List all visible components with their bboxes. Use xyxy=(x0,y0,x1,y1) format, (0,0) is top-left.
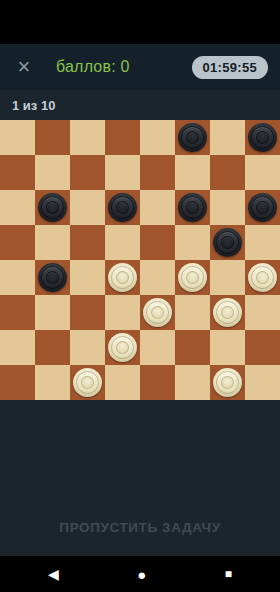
square-h3[interactable] xyxy=(245,295,280,330)
square-c8[interactable] xyxy=(70,120,105,155)
square-d7[interactable] xyxy=(105,155,140,190)
square-b3[interactable] xyxy=(35,295,70,330)
square-g4[interactable] xyxy=(210,260,245,295)
timer-badge: 01:59:55 xyxy=(192,56,268,79)
square-c2[interactable] xyxy=(70,330,105,365)
black-man-h6[interactable] xyxy=(248,193,277,222)
square-c6[interactable] xyxy=(70,190,105,225)
square-e2[interactable] xyxy=(140,330,175,365)
square-e1[interactable] xyxy=(140,365,175,400)
square-g7[interactable] xyxy=(210,155,245,190)
square-g5[interactable] xyxy=(210,225,245,260)
square-e4[interactable] xyxy=(140,260,175,295)
android-nav-bar: ◀ ● ■ xyxy=(0,556,280,592)
square-g6[interactable] xyxy=(210,190,245,225)
square-g1[interactable] xyxy=(210,365,245,400)
black-man-b6[interactable] xyxy=(38,193,67,222)
square-b1[interactable] xyxy=(35,365,70,400)
square-e6[interactable] xyxy=(140,190,175,225)
black-man-g5[interactable] xyxy=(213,228,242,257)
white-man-g3[interactable] xyxy=(213,298,242,327)
back-icon[interactable]: ◀ xyxy=(48,567,59,581)
black-man-f8[interactable] xyxy=(178,123,207,152)
square-f6[interactable] xyxy=(175,190,210,225)
square-h5[interactable] xyxy=(245,225,280,260)
square-d2[interactable] xyxy=(105,330,140,365)
white-man-e3[interactable] xyxy=(143,298,172,327)
square-h4[interactable] xyxy=(245,260,280,295)
white-man-g1[interactable] xyxy=(213,368,242,397)
square-a6[interactable] xyxy=(0,190,35,225)
black-man-h8[interactable] xyxy=(248,123,277,152)
square-d1[interactable] xyxy=(105,365,140,400)
white-man-f4[interactable] xyxy=(178,263,207,292)
square-c1[interactable] xyxy=(70,365,105,400)
square-c5[interactable] xyxy=(70,225,105,260)
square-b8[interactable] xyxy=(35,120,70,155)
square-h6[interactable] xyxy=(245,190,280,225)
header: × баллов: 0 01:59:55 xyxy=(0,44,280,90)
white-man-d4[interactable] xyxy=(108,263,137,292)
square-a8[interactable] xyxy=(0,120,35,155)
square-b4[interactable] xyxy=(35,260,70,295)
content-area: ПРОПУСТИТЬ ЗАДАЧУ xyxy=(0,400,280,556)
board xyxy=(0,120,280,400)
square-d3[interactable] xyxy=(105,295,140,330)
square-a5[interactable] xyxy=(0,225,35,260)
task-progress-bar: 1 из 10 xyxy=(0,90,280,120)
black-man-d6[interactable] xyxy=(108,193,137,222)
white-man-d2[interactable] xyxy=(108,333,137,362)
score-label: баллов: 0 xyxy=(56,58,130,76)
skip-task-button[interactable]: ПРОПУСТИТЬ ЗАДАЧУ xyxy=(53,519,226,536)
square-f1[interactable] xyxy=(175,365,210,400)
square-d5[interactable] xyxy=(105,225,140,260)
square-g8[interactable] xyxy=(210,120,245,155)
square-d4[interactable] xyxy=(105,260,140,295)
square-f7[interactable] xyxy=(175,155,210,190)
square-e3[interactable] xyxy=(140,295,175,330)
square-b5[interactable] xyxy=(35,225,70,260)
square-h2[interactable] xyxy=(245,330,280,365)
square-c7[interactable] xyxy=(70,155,105,190)
square-g3[interactable] xyxy=(210,295,245,330)
square-a3[interactable] xyxy=(0,295,35,330)
square-c4[interactable] xyxy=(70,260,105,295)
status-bar xyxy=(0,0,280,44)
square-h1[interactable] xyxy=(245,365,280,400)
white-man-c1[interactable] xyxy=(73,368,102,397)
square-a4[interactable] xyxy=(0,260,35,295)
square-d6[interactable] xyxy=(105,190,140,225)
square-a1[interactable] xyxy=(0,365,35,400)
home-icon[interactable]: ● xyxy=(137,567,146,582)
square-b2[interactable] xyxy=(35,330,70,365)
white-man-h4[interactable] xyxy=(248,263,277,292)
square-h8[interactable] xyxy=(245,120,280,155)
task-progress-label: 1 из 10 xyxy=(12,98,55,113)
square-d8[interactable] xyxy=(105,120,140,155)
black-man-b4[interactable] xyxy=(38,263,67,292)
close-button[interactable]: × xyxy=(12,55,36,79)
square-f5[interactable] xyxy=(175,225,210,260)
square-f2[interactable] xyxy=(175,330,210,365)
square-e8[interactable] xyxy=(140,120,175,155)
square-g2[interactable] xyxy=(210,330,245,365)
square-f3[interactable] xyxy=(175,295,210,330)
app-screen: × баллов: 0 01:59:55 1 из 10 ПРОПУСТИТЬ … xyxy=(0,0,280,592)
square-e7[interactable] xyxy=(140,155,175,190)
square-b6[interactable] xyxy=(35,190,70,225)
recents-icon[interactable]: ■ xyxy=(225,568,232,580)
square-a2[interactable] xyxy=(0,330,35,365)
square-b7[interactable] xyxy=(35,155,70,190)
square-h7[interactable] xyxy=(245,155,280,190)
square-f8[interactable] xyxy=(175,120,210,155)
square-f4[interactable] xyxy=(175,260,210,295)
square-a7[interactable] xyxy=(0,155,35,190)
square-c3[interactable] xyxy=(70,295,105,330)
square-e5[interactable] xyxy=(140,225,175,260)
black-man-f6[interactable] xyxy=(178,193,207,222)
close-icon: × xyxy=(18,56,31,78)
